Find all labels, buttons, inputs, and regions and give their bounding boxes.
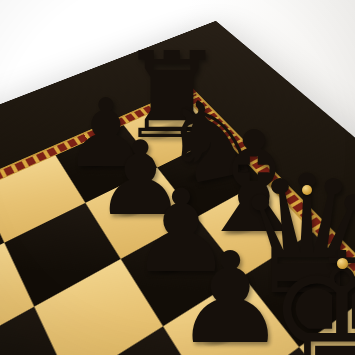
chess-photo-stage: ♜♞♝♛♚♟♟♟♟ [0, 0, 355, 355]
queen-gold-finial [302, 185, 312, 195]
king-gold-finial [337, 258, 348, 269]
black-king-e8[interactable]: ♚ [266, 231, 355, 355]
